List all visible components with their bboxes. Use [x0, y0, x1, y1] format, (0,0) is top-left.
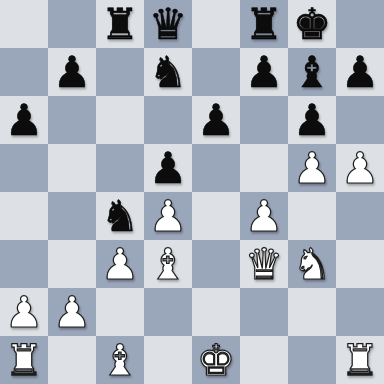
white-king[interactable]: ♚ [197, 336, 236, 384]
square-a1[interactable]: ♜ [0, 336, 48, 384]
black-bishop[interactable]: ♝ [293, 48, 332, 96]
square-g5[interactable]: ♟ [288, 144, 336, 192]
square-g3[interactable]: ♞ [288, 240, 336, 288]
square-a8[interactable] [0, 0, 48, 48]
square-f7[interactable]: ♟ [240, 48, 288, 96]
square-h2[interactable] [336, 288, 384, 336]
square-e1[interactable]: ♚ [192, 336, 240, 384]
white-bishop[interactable]: ♝ [149, 240, 188, 288]
square-d5[interactable]: ♟ [144, 144, 192, 192]
square-g4[interactable] [288, 192, 336, 240]
black-rook[interactable]: ♜ [245, 0, 284, 48]
square-c5[interactable] [96, 144, 144, 192]
square-h1[interactable]: ♜ [336, 336, 384, 384]
black-pawn[interactable]: ♟ [5, 96, 44, 144]
black-knight[interactable]: ♞ [149, 48, 188, 96]
square-h7[interactable]: ♟ [336, 48, 384, 96]
square-e8[interactable] [192, 0, 240, 48]
black-king[interactable]: ♚ [293, 0, 332, 48]
white-bishop[interactable]: ♝ [101, 336, 140, 384]
square-f3[interactable]: ♛ [240, 240, 288, 288]
square-a5[interactable] [0, 144, 48, 192]
square-d8[interactable]: ♛ [144, 0, 192, 48]
square-f8[interactable]: ♜ [240, 0, 288, 48]
white-pawn[interactable]: ♟ [245, 192, 284, 240]
white-knight[interactable]: ♞ [293, 240, 332, 288]
white-rook[interactable]: ♜ [341, 336, 380, 384]
black-pawn[interactable]: ♟ [53, 48, 92, 96]
square-h6[interactable] [336, 96, 384, 144]
black-pawn[interactable]: ♟ [197, 96, 236, 144]
square-c1[interactable]: ♝ [96, 336, 144, 384]
black-queen[interactable]: ♛ [149, 0, 188, 48]
square-b6[interactable] [48, 96, 96, 144]
square-a2[interactable]: ♟ [0, 288, 48, 336]
black-pawn[interactable]: ♟ [245, 48, 284, 96]
square-d4[interactable]: ♟ [144, 192, 192, 240]
square-f2[interactable] [240, 288, 288, 336]
white-pawn[interactable]: ♟ [5, 288, 44, 336]
square-h5[interactable]: ♟ [336, 144, 384, 192]
black-knight[interactable]: ♞ [101, 192, 140, 240]
square-a4[interactable] [0, 192, 48, 240]
square-c7[interactable] [96, 48, 144, 96]
white-pawn[interactable]: ♟ [53, 288, 92, 336]
square-b1[interactable] [48, 336, 96, 384]
square-f6[interactable] [240, 96, 288, 144]
square-b8[interactable] [48, 0, 96, 48]
white-rook[interactable]: ♜ [5, 336, 44, 384]
square-h3[interactable] [336, 240, 384, 288]
chess-board: ♜♛♜♚♟♞♟♝♟♟♟♟♟♟♟♞♟♟♟♝♛♞♟♟♜♝♚♜ [0, 0, 384, 384]
square-e5[interactable] [192, 144, 240, 192]
square-c3[interactable]: ♟ [96, 240, 144, 288]
square-g1[interactable] [288, 336, 336, 384]
square-a7[interactable] [0, 48, 48, 96]
square-g8[interactable]: ♚ [288, 0, 336, 48]
square-d2[interactable] [144, 288, 192, 336]
square-f4[interactable]: ♟ [240, 192, 288, 240]
square-c8[interactable]: ♜ [96, 0, 144, 48]
square-d1[interactable] [144, 336, 192, 384]
black-pawn[interactable]: ♟ [293, 96, 332, 144]
square-b2[interactable]: ♟ [48, 288, 96, 336]
square-b5[interactable] [48, 144, 96, 192]
square-h4[interactable] [336, 192, 384, 240]
square-d6[interactable] [144, 96, 192, 144]
white-pawn[interactable]: ♟ [341, 144, 380, 192]
square-a3[interactable] [0, 240, 48, 288]
square-c4[interactable]: ♞ [96, 192, 144, 240]
white-queen[interactable]: ♛ [245, 240, 284, 288]
square-e3[interactable] [192, 240, 240, 288]
white-pawn[interactable]: ♟ [101, 240, 140, 288]
white-pawn[interactable]: ♟ [149, 192, 188, 240]
square-f1[interactable] [240, 336, 288, 384]
square-a6[interactable]: ♟ [0, 96, 48, 144]
square-f5[interactable] [240, 144, 288, 192]
square-e7[interactable] [192, 48, 240, 96]
square-g7[interactable]: ♝ [288, 48, 336, 96]
square-b3[interactable] [48, 240, 96, 288]
black-rook[interactable]: ♜ [101, 0, 140, 48]
square-e2[interactable] [192, 288, 240, 336]
square-b7[interactable]: ♟ [48, 48, 96, 96]
white-pawn[interactable]: ♟ [293, 144, 332, 192]
square-g2[interactable] [288, 288, 336, 336]
square-c2[interactable] [96, 288, 144, 336]
square-d3[interactable]: ♝ [144, 240, 192, 288]
square-h8[interactable] [336, 0, 384, 48]
square-e4[interactable] [192, 192, 240, 240]
black-pawn[interactable]: ♟ [341, 48, 380, 96]
square-d7[interactable]: ♞ [144, 48, 192, 96]
black-pawn[interactable]: ♟ [149, 144, 188, 192]
square-e6[interactable]: ♟ [192, 96, 240, 144]
square-g6[interactable]: ♟ [288, 96, 336, 144]
square-b4[interactable] [48, 192, 96, 240]
square-c6[interactable] [96, 96, 144, 144]
